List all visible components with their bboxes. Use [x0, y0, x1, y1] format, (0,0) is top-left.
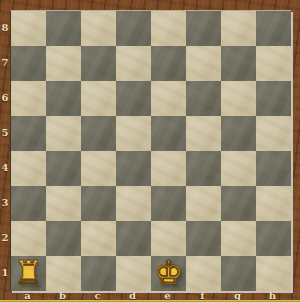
square-d4[interactable]	[116, 151, 151, 186]
square-b3[interactable]	[46, 186, 81, 221]
square-d2[interactable]	[116, 221, 151, 256]
square-c3[interactable]	[81, 186, 116, 221]
square-e6[interactable]	[151, 81, 186, 116]
square-b7[interactable]	[46, 46, 81, 81]
square-d3[interactable]	[116, 186, 151, 221]
square-g1[interactable]	[221, 256, 256, 291]
square-h4[interactable]	[256, 151, 291, 186]
rank-label-8: 8	[0, 10, 10, 45]
square-e8[interactable]	[151, 11, 186, 46]
square-f4[interactable]	[186, 151, 221, 186]
square-h7[interactable]	[256, 46, 291, 81]
square-h5[interactable]	[256, 116, 291, 151]
square-a6[interactable]	[11, 81, 46, 116]
square-g6[interactable]	[221, 81, 256, 116]
square-e2[interactable]	[151, 221, 186, 256]
file-label-d: d	[115, 290, 150, 300]
square-f6[interactable]	[186, 81, 221, 116]
square-h2[interactable]	[256, 221, 291, 256]
square-c4[interactable]	[81, 151, 116, 186]
rank-label-4: 4	[0, 150, 10, 185]
square-f5[interactable]	[186, 116, 221, 151]
square-a5[interactable]	[11, 116, 46, 151]
square-d5[interactable]	[116, 116, 151, 151]
square-e1[interactable]: ♚	[151, 256, 186, 291]
square-d6[interactable]	[116, 81, 151, 116]
square-b6[interactable]	[46, 81, 81, 116]
square-b5[interactable]	[46, 116, 81, 151]
chess-board: ♜♚	[10, 10, 291, 291]
square-b4[interactable]	[46, 151, 81, 186]
square-f1[interactable]	[186, 256, 221, 291]
rank-label-1: 1	[0, 255, 10, 290]
file-label-h: h	[255, 290, 290, 300]
square-f3[interactable]	[186, 186, 221, 221]
square-b1[interactable]	[46, 256, 81, 291]
rank-label-7: 7	[0, 45, 10, 80]
square-g2[interactable]	[221, 221, 256, 256]
square-h6[interactable]	[256, 81, 291, 116]
square-d8[interactable]	[116, 11, 151, 46]
square-b8[interactable]	[46, 11, 81, 46]
square-h1[interactable]	[256, 256, 291, 291]
square-c7[interactable]	[81, 46, 116, 81]
file-label-c: c	[80, 290, 115, 300]
square-e7[interactable]	[151, 46, 186, 81]
file-label-e: e	[150, 290, 185, 300]
square-c2[interactable]	[81, 221, 116, 256]
file-label-b: b	[45, 290, 80, 300]
square-c5[interactable]	[81, 116, 116, 151]
piece-white-king-e1[interactable]: ♚	[151, 256, 186, 291]
square-e5[interactable]	[151, 116, 186, 151]
square-a8[interactable]	[11, 11, 46, 46]
square-b2[interactable]	[46, 221, 81, 256]
square-e3[interactable]	[151, 186, 186, 221]
board-frame: 87654321 ♜♚ abcdefgh	[0, 0, 300, 302]
square-f7[interactable]	[186, 46, 221, 81]
piece-white-rook-a1[interactable]: ♜	[11, 256, 46, 291]
square-d7[interactable]	[116, 46, 151, 81]
square-a7[interactable]	[11, 46, 46, 81]
square-a2[interactable]	[11, 221, 46, 256]
square-c1[interactable]	[81, 256, 116, 291]
square-a3[interactable]	[11, 186, 46, 221]
square-d1[interactable]	[116, 256, 151, 291]
file-label-a: a	[10, 290, 45, 300]
rank-label-5: 5	[0, 115, 10, 150]
square-e4[interactable]	[151, 151, 186, 186]
square-g5[interactable]	[221, 116, 256, 151]
square-g3[interactable]	[221, 186, 256, 221]
file-label-f: f	[185, 290, 220, 300]
square-a1[interactable]: ♜	[11, 256, 46, 291]
square-f8[interactable]	[186, 11, 221, 46]
square-h8[interactable]	[256, 11, 291, 46]
rank-label-2: 2	[0, 220, 10, 255]
square-c6[interactable]	[81, 81, 116, 116]
square-c8[interactable]	[81, 11, 116, 46]
square-g4[interactable]	[221, 151, 256, 186]
square-g7[interactable]	[221, 46, 256, 81]
rank-label-3: 3	[0, 185, 10, 220]
rank-label-6: 6	[0, 80, 10, 115]
square-f2[interactable]	[186, 221, 221, 256]
square-a4[interactable]	[11, 151, 46, 186]
file-labels: abcdefgh	[10, 290, 290, 300]
square-h3[interactable]	[256, 186, 291, 221]
square-g8[interactable]	[221, 11, 256, 46]
rank-labels: 87654321	[0, 10, 10, 290]
file-label-g: g	[220, 290, 255, 300]
